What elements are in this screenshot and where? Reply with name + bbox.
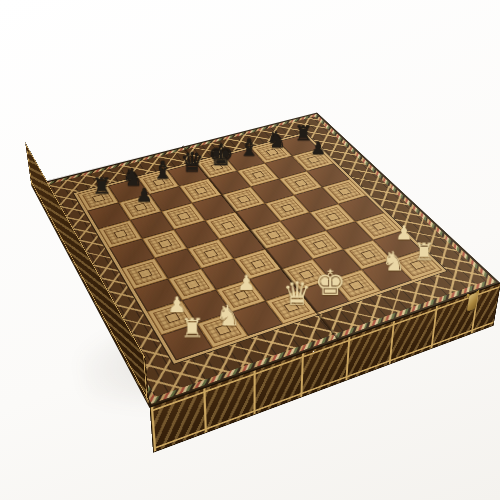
square-g4: [310, 204, 356, 231]
black-pawn: ♟: [303, 131, 334, 166]
black-bishop: ♝: [234, 130, 265, 165]
brass-latch: [463, 284, 483, 314]
white-knight: ♞: [375, 242, 411, 283]
black-rook: ♜: [85, 168, 118, 205]
square-d1: ♛: [266, 290, 317, 324]
square-c5: [174, 221, 219, 249]
white-rook: ♜: [172, 306, 212, 350]
photo-scene: ♜♞♝♛♚♝♞♜♟♟♟♟♟♜♞♛♚♞♜: [0, 0, 500, 500]
black-knight: ♞: [261, 123, 292, 157]
black-queen: ♛: [176, 145, 208, 180]
black-pawn: ♟: [128, 176, 161, 213]
white-king: ♚: [311, 262, 349, 304]
black-king: ♚: [205, 137, 236, 172]
white-knight: ♞: [209, 294, 248, 338]
white-queen: ♛: [278, 272, 316, 315]
